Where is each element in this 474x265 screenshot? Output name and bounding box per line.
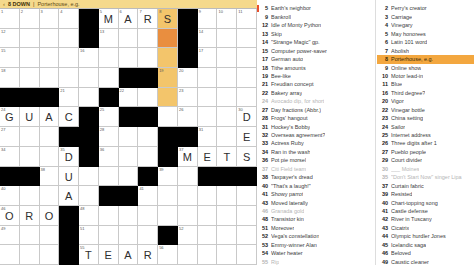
clue-text: Cicatrix: [391, 224, 409, 232]
cell-letter: C: [59, 109, 78, 126]
across-clue[interactable]: 12Idle of Monty Python: [257, 21, 374, 29]
grid-cell[interactable]: 10: [217, 9, 237, 29]
cell-number: 38: [41, 167, 45, 172]
cell-number: 2: [21, 9, 23, 14]
grid-cell[interactable]: [158, 29, 178, 49]
clue-number: 53: [259, 241, 268, 249]
grid-cell[interactable]: [158, 107, 178, 127]
grid-cell[interactable]: R: [138, 245, 158, 265]
clue-number: 24: [379, 123, 388, 131]
grid-cell: [79, 29, 99, 49]
grid-cell[interactable]: 24G: [0, 107, 20, 127]
cell-number: 51: [80, 226, 84, 231]
clue-number: 31: [259, 123, 268, 131]
grid-cell[interactable]: [99, 167, 119, 187]
grid-cell[interactable]: 37M: [178, 147, 198, 167]
down-clue[interactable]: 37Curtain fabric: [377, 182, 474, 190]
down-clue[interactable]: 22Vinegar bottle: [377, 106, 474, 114]
grid-cell[interactable]: [20, 245, 40, 265]
clue-text: Idle of Monty Python: [271, 21, 321, 29]
cell-letter: R: [20, 208, 39, 225]
clue-number: 14: [259, 38, 268, 46]
down-clue[interactable]: 25Internet address: [377, 131, 474, 139]
clue-text: Transistor kin: [271, 215, 304, 223]
clue-text: "Strange Magic" gp.: [271, 38, 320, 46]
clue-number: 38: [259, 173, 268, 181]
across-clue[interactable]: 18Tithe amounts: [257, 64, 374, 72]
grid-cell[interactable]: [138, 206, 158, 226]
down-clue[interactable]: 20Vigor: [377, 97, 474, 105]
across-clue[interactable]: 53Emmy-winner Alan: [257, 241, 374, 249]
down-clue[interactable]: 26Three digits after 1: [377, 139, 474, 147]
grid-cell[interactable]: [79, 68, 99, 88]
grid-cell[interactable]: 31: [198, 127, 218, 147]
clue-number: 22: [379, 106, 388, 114]
grid-cell[interactable]: [198, 186, 218, 206]
across-clue[interactable]: 17German auto: [257, 55, 374, 63]
grid-cell[interactable]: [198, 245, 218, 265]
cell-letter: R: [138, 247, 157, 264]
cell-number: 13: [100, 29, 104, 34]
clue-text: Chart-topping song: [391, 199, 438, 207]
across-clue[interactable]: 38Taxpayer's dread: [257, 173, 374, 181]
clue-number: 12: [259, 21, 268, 29]
grid-cell[interactable]: 9: [198, 9, 218, 29]
grid-cell[interactable]: 21: [59, 88, 79, 108]
grid-cell[interactable]: 13: [99, 29, 119, 49]
grid-cell[interactable]: 36: [99, 147, 119, 167]
grid-cell[interactable]: E: [237, 127, 257, 147]
clue-number: 26: [379, 139, 388, 147]
across-clue[interactable]: 48Transistor kin: [257, 215, 374, 223]
across-clue[interactable]: 5Earth's neighbor: [257, 4, 374, 12]
grid-cell[interactable]: [119, 127, 139, 147]
grid-cell[interactable]: [237, 88, 257, 108]
clue-text: Sailor: [391, 123, 405, 131]
grid-cell[interactable]: 35D: [59, 147, 79, 167]
cell-number: 34: [1, 147, 5, 152]
clue-text: "That's a laugh!": [271, 182, 311, 190]
grid-cell[interactable]: [138, 48, 158, 68]
across-clue[interactable]: 21Freudian concept: [257, 80, 374, 88]
clue-text: Rip: [271, 258, 279, 265]
across-clue[interactable]: 19Bee-like: [257, 72, 374, 80]
grid-cell[interactable]: 55T: [79, 245, 99, 265]
current-clue-bar: ‹ 8 DOWN | Porterhouse, e.g.: [0, 0, 257, 8]
grid-cell[interactable]: 26: [178, 107, 198, 127]
down-clue[interactable]: 27Pueblo people: [377, 148, 474, 156]
grid-cell[interactable]: 11: [237, 9, 257, 29]
grid-cell[interactable]: [119, 226, 139, 246]
clue-number: 33: [259, 139, 268, 147]
across-clue-list: 5Earth's neighbor9Bankroll12Idle of Mont…: [257, 0, 374, 265]
clue-number: 43: [379, 224, 388, 232]
grid-cell[interactable]: 56: [158, 245, 178, 265]
cell-number: 27: [1, 127, 5, 132]
grid-cell[interactable]: [217, 48, 237, 68]
clue-text: Porterhouse, e.g.: [391, 55, 433, 63]
grid-cell[interactable]: [158, 186, 178, 206]
clue-text: ___ Moines: [391, 165, 419, 173]
cell-number: 21: [60, 88, 64, 93]
grid-cell[interactable]: [237, 68, 257, 88]
grid-cell[interactable]: U: [20, 107, 40, 127]
grid-cell[interactable]: 16: [79, 48, 99, 68]
grid-cell[interactable]: [20, 48, 40, 68]
grid-cell[interactable]: E: [99, 245, 119, 265]
grid-cell: [178, 29, 198, 49]
grid-cell: [138, 68, 158, 88]
down-clue[interactable]: 16Third degree?: [377, 89, 474, 97]
across-clue[interactable]: 37Citi Field team: [257, 165, 374, 173]
grid-cell[interactable]: [20, 127, 40, 147]
grid-cell[interactable]: 25: [99, 107, 119, 127]
down-clue-list: 2Perry's creator3Carriage4Vinegary5May h…: [377, 0, 474, 265]
grid-cell[interactable]: 41: [138, 186, 158, 206]
grid-cell[interactable]: [40, 29, 60, 49]
down-clue[interactable]: 42River in Tuscany: [377, 215, 474, 223]
grid-cell[interactable]: 30D: [237, 107, 257, 127]
grid-cell[interactable]: [79, 186, 99, 206]
clue-number: 3: [379, 13, 388, 21]
grid-cell[interactable]: A: [59, 186, 79, 206]
across-clue[interactable]: 52Vega's constellation: [257, 232, 374, 240]
clue-text: "Don't Start Now" singer Lipa: [391, 173, 462, 181]
grid-cell[interactable]: E: [198, 147, 218, 167]
grid-cell[interactable]: [237, 206, 257, 226]
clue-text: Bankroll: [271, 13, 291, 21]
across-clue[interactable]: 31Hockey's Bobby: [257, 123, 374, 131]
clue-number: 5: [259, 4, 268, 12]
grid-cell[interactable]: [178, 206, 198, 226]
across-clue[interactable]: 34Ran in the wash: [257, 148, 374, 156]
grid-cell[interactable]: 28: [99, 127, 119, 147]
grid-cell[interactable]: [40, 147, 60, 167]
across-clue[interactable]: 41Showy parrot: [257, 190, 374, 198]
grid-cell[interactable]: C: [59, 107, 79, 127]
grid-cell: [59, 226, 79, 246]
grid-cell[interactable]: [237, 245, 257, 265]
grid-cell[interactable]: 14: [198, 29, 218, 49]
clue-number: 55: [259, 258, 268, 265]
down-clue[interactable]: 39Resisted: [377, 190, 474, 198]
grid-cell[interactable]: [217, 29, 237, 49]
grid-cell[interactable]: [40, 48, 60, 68]
down-clue[interactable]: 49Caustic cleaner: [377, 258, 474, 265]
clue-number: 52: [259, 232, 268, 240]
grid-cell[interactable]: [198, 88, 218, 108]
grid-cell[interactable]: [217, 107, 237, 127]
grid-cell[interactable]: [20, 147, 40, 167]
grid-cell[interactable]: [119, 147, 139, 167]
grid-cell[interactable]: [237, 29, 257, 49]
grid-cell[interactable]: [20, 226, 40, 246]
down-clue[interactable]: 23China setting: [377, 114, 474, 122]
grid-cell[interactable]: [20, 186, 40, 206]
cell-letter: G: [0, 109, 19, 126]
across-clue[interactable]: 14"Strange Magic" gp.: [257, 38, 374, 46]
grid-cell[interactable]: [40, 127, 60, 147]
across-clue[interactable]: 54Water heater: [257, 249, 374, 257]
grid-cell[interactable]: 38: [40, 167, 60, 187]
down-clue[interactable]: 46Beloved: [377, 249, 474, 257]
back-icon[interactable]: ‹: [3, 0, 5, 8]
grid-cell[interactable]: [138, 29, 158, 49]
grid-cell: [198, 167, 218, 187]
grid-cell[interactable]: S: [237, 147, 257, 167]
grid-cell[interactable]: 1: [0, 9, 20, 29]
grid-cell[interactable]: [59, 68, 79, 88]
grid-cell[interactable]: [198, 206, 218, 226]
grid-cell[interactable]: [20, 29, 40, 49]
grid-cell[interactable]: [99, 206, 119, 226]
down-clue[interactable]: 11Blue: [377, 80, 474, 88]
clue-text: Motor lead-in: [391, 72, 423, 80]
grid-cell[interactable]: 6A: [119, 9, 139, 29]
clue-text: Blue: [391, 80, 402, 88]
grid-cell[interactable]: [79, 167, 99, 187]
down-clue[interactable]: 8Porterhouse, e.g.: [377, 55, 474, 63]
down-clue[interactable]: 45Icelandic saga: [377, 241, 474, 249]
across-clue[interactable]: 15Computer power-saver: [257, 47, 374, 55]
grid-cell[interactable]: 49: [0, 226, 20, 246]
across-clue[interactable]: 51Moreover: [257, 224, 374, 232]
grid-cell[interactable]: [99, 226, 119, 246]
clue-text: Three digits after 1: [391, 139, 437, 147]
clue-number: 37: [379, 182, 388, 190]
clue-text: Hockey's Bobby: [271, 123, 310, 131]
grid-cell[interactable]: 23: [178, 88, 198, 108]
grid-cell[interactable]: [99, 48, 119, 68]
grid-cell[interactable]: A: [40, 107, 60, 127]
across-clue[interactable]: 13Skip: [257, 30, 374, 38]
across-clue[interactable]: 43Moved laterally: [257, 199, 374, 207]
cell-letter: S: [158, 11, 177, 28]
grid-cell[interactable]: 17: [198, 48, 218, 68]
grid-cell[interactable]: [198, 226, 218, 246]
across-clue[interactable]: 27Day fractions (Abbr.): [257, 106, 374, 114]
clue-number: 40: [379, 199, 388, 207]
grid-cell[interactable]: [217, 127, 237, 147]
across-clue[interactable]: 22Bakery array: [257, 89, 374, 97]
down-clue[interactable]: 41Castle defense: [377, 207, 474, 215]
down-clue[interactable]: 40Chart-topping song: [377, 199, 474, 207]
grid-cell[interactable]: [40, 245, 60, 265]
grid-cell[interactable]: 20: [178, 68, 198, 88]
grid-cell[interactable]: T: [217, 147, 237, 167]
grid-cell[interactable]: 27: [0, 127, 20, 147]
clue-number: 44: [379, 232, 388, 240]
grid-cell[interactable]: R: [20, 206, 40, 226]
grid-cell[interactable]: 18: [0, 68, 20, 88]
across-clue[interactable]: 28Frogs' hangout: [257, 114, 374, 122]
cell-number: 3: [41, 9, 43, 14]
grid-cell[interactable]: [217, 245, 237, 265]
grid-cell[interactable]: [20, 68, 40, 88]
grid-cell[interactable]: 34: [0, 147, 20, 167]
grid-cell[interactable]: [119, 29, 139, 49]
grid-cell[interactable]: [158, 48, 178, 68]
grid-cell[interactable]: 5M: [99, 9, 119, 29]
down-clue[interactable]: 9Online show: [377, 64, 474, 72]
grid-cell[interactable]: [119, 167, 139, 187]
current-clue-text: Porterhouse, e.g.: [37, 0, 79, 8]
grid-cell[interactable]: [40, 68, 60, 88]
clue-number: 25: [379, 131, 388, 139]
down-clue[interactable]: 6Latin 101 word: [377, 38, 474, 46]
grid-cell[interactable]: [178, 186, 198, 206]
grid-cell[interactable]: [217, 206, 237, 226]
grid-cell[interactable]: [198, 107, 218, 127]
grid-cell[interactable]: 52: [178, 226, 198, 246]
grid-cell[interactable]: [138, 147, 158, 167]
grid-cell: [119, 107, 139, 127]
clue-text: Resisted: [391, 190, 412, 198]
grid-cell: [79, 107, 99, 127]
clue-text: Vigor: [391, 97, 404, 105]
grid-cell[interactable]: [237, 226, 257, 246]
cell-number: 25: [100, 107, 104, 112]
clue-text: Day fractions (Abbr.): [271, 106, 321, 114]
clue-number: 27: [259, 106, 268, 114]
cell-number: 52: [179, 226, 183, 231]
grid-cell[interactable]: 46O: [0, 206, 20, 226]
grid-cell[interactable]: A: [119, 245, 139, 265]
grid-cell[interactable]: [138, 88, 158, 108]
grid-cell: [20, 88, 40, 108]
across-clue[interactable]: 55Rip: [257, 258, 374, 265]
clue-number: 6: [379, 38, 388, 46]
clue-number: 34: [259, 148, 268, 156]
cell-number: 11: [238, 9, 242, 14]
grid-cell: [178, 127, 198, 147]
clue-text: Skip: [271, 30, 282, 38]
clue-number: 10: [379, 72, 388, 80]
clue-text: Emmy-winner Alan: [271, 241, 317, 249]
cell-letter: D: [59, 149, 78, 166]
grid-cell[interactable]: [178, 167, 198, 187]
clue-number: 51: [259, 224, 268, 232]
clue-text: Internet address: [391, 131, 431, 139]
across-clue[interactable]: 32Overseas agreement?: [257, 131, 374, 139]
grid-cell[interactable]: U: [59, 167, 79, 187]
grid-cell[interactable]: [217, 88, 237, 108]
grid-cell[interactable]: [79, 88, 99, 108]
clue-number: 19: [259, 72, 268, 80]
grid-cell[interactable]: 4: [59, 9, 79, 29]
grid-cell[interactable]: 19: [158, 68, 178, 88]
clue-text: Freudian concept: [271, 80, 314, 88]
grid-cell[interactable]: [237, 186, 257, 206]
down-clue[interactable]: 3Carriage: [377, 13, 474, 21]
grid-cell[interactable]: [119, 48, 139, 68]
down-clue[interactable]: 2Perry's creator: [377, 4, 474, 12]
grid-cell[interactable]: [99, 68, 119, 88]
clue-text: Computer power-saver: [271, 47, 327, 55]
grid-cell[interactable]: 12: [0, 29, 20, 49]
clue-number: 37: [259, 165, 268, 173]
cell-letter: O: [40, 208, 59, 225]
cell-number: 22: [120, 88, 124, 93]
down-clue[interactable]: 35"Don't Start Now" singer Lipa: [377, 173, 474, 181]
grid-cell[interactable]: [217, 186, 237, 206]
across-clue[interactable]: 33Actress Ruby: [257, 139, 374, 147]
clue-number: 2: [379, 4, 388, 12]
grid-cell[interactable]: [217, 68, 237, 88]
across-clue[interactable]: 46Granada gold: [257, 207, 374, 215]
grid-cell[interactable]: [198, 68, 218, 88]
clue-text: Curtain fabric: [391, 182, 424, 190]
grid-cell[interactable]: [138, 226, 158, 246]
down-clue[interactable]: 10Motor lead-in: [377, 72, 474, 80]
down-clue[interactable]: 7Abolish: [377, 47, 474, 55]
cell-letter: A: [119, 247, 138, 264]
clue-text: Water heater: [271, 249, 303, 257]
grid-cell[interactable]: 2: [20, 9, 40, 29]
grid-cell[interactable]: 51: [79, 226, 99, 246]
grid-cell[interactable]: [40, 186, 60, 206]
clue-number: 43: [259, 199, 268, 207]
across-clue[interactable]: 24Avocado dip, for short: [257, 97, 374, 105]
grid-cell[interactable]: 3: [40, 9, 60, 29]
down-clue[interactable]: 29Court divider: [377, 156, 474, 164]
grid-cell[interactable]: 8S: [158, 9, 178, 29]
grid-cell[interactable]: 15: [0, 48, 20, 68]
grid-cell[interactable]: [59, 29, 79, 49]
cell-number: 1: [1, 9, 3, 14]
grid-cell[interactable]: [59, 48, 79, 68]
clue-number: 27: [379, 148, 388, 156]
across-clue[interactable]: 9Bankroll: [257, 13, 374, 21]
across-clue[interactable]: 40"That's a laugh!": [257, 182, 374, 190]
across-clue[interactable]: 36Pot pie morsel: [257, 156, 374, 164]
grid-cell[interactable]: [0, 245, 20, 265]
down-clue[interactable]: 5May honorees: [377, 30, 474, 38]
clue-text: Latin 101 word: [391, 38, 427, 46]
grid-cell[interactable]: 7R: [138, 9, 158, 29]
grid-cell[interactable]: 40: [0, 186, 20, 206]
grid-cell[interactable]: [119, 206, 139, 226]
down-clue[interactable]: 43Cicatrix: [377, 224, 474, 232]
grid-cell[interactable]: O: [40, 206, 60, 226]
grid-cell[interactable]: 22: [119, 88, 139, 108]
clue-number: 46: [259, 207, 268, 215]
cell-letter: A: [119, 11, 138, 28]
grid-cell[interactable]: [178, 245, 198, 265]
clue-text: Pot pie morsel: [271, 156, 306, 164]
grid-cell[interactable]: 39: [158, 167, 178, 187]
clue-text: Ran in the wash: [271, 148, 310, 156]
down-clue[interactable]: 44Olympic hurdler Jones: [377, 232, 474, 240]
cell-number: 39: [159, 167, 163, 172]
down-clue[interactable]: 30___ Moines: [377, 165, 474, 173]
down-clue[interactable]: 24Sailor: [377, 123, 474, 131]
clue-number: 15: [259, 47, 268, 55]
grid-cell[interactable]: [138, 127, 158, 147]
down-clue[interactable]: 4Vinegary: [377, 21, 474, 29]
clue-number: 49: [379, 258, 388, 265]
grid-cell[interactable]: [158, 206, 178, 226]
grid-cell[interactable]: [158, 88, 178, 108]
clue-text: Vinegary: [391, 21, 413, 29]
grid-cell: [217, 167, 237, 187]
cell-number: 56: [159, 245, 163, 250]
grid-cell[interactable]: [40, 226, 60, 246]
grid-cell[interactable]: 48: [79, 206, 99, 226]
grid-cell[interactable]: [237, 48, 257, 68]
grid-cell[interactable]: [217, 226, 237, 246]
cell-letter: O: [0, 208, 19, 225]
